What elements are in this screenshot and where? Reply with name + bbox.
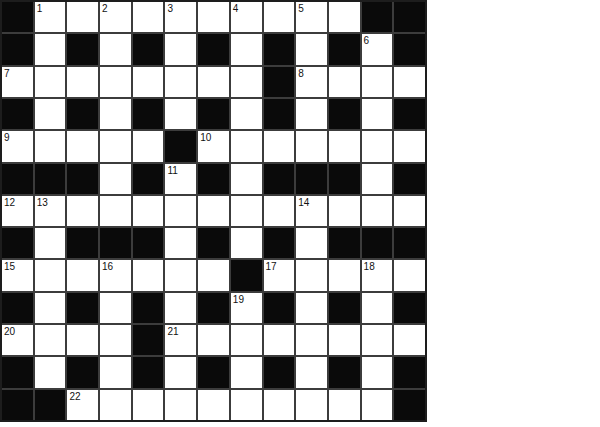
cell-r8c5[interactable] <box>165 260 196 290</box>
cell-r10c0[interactable]: 20 <box>2 325 33 355</box>
clue-number-2: 2 <box>102 3 108 14</box>
cell-r12c3[interactable] <box>100 390 131 420</box>
cell-r10c10[interactable] <box>329 325 360 355</box>
cell-r11c3[interactable] <box>100 357 131 387</box>
cell-r12c5[interactable] <box>165 390 196 420</box>
cell-r5c6 <box>198 164 229 194</box>
clue-number-14: 14 <box>298 197 309 208</box>
cell-r1c4 <box>133 34 164 64</box>
cell-r0c5[interactable]: 3 <box>165 2 196 32</box>
cell-r3c9[interactable] <box>296 99 327 129</box>
cell-r0c2[interactable] <box>67 2 98 32</box>
cell-r11c1[interactable] <box>35 357 66 387</box>
cell-r11c0 <box>2 357 33 387</box>
clue-number-18: 18 <box>364 261 375 272</box>
cell-r10c12[interactable] <box>394 325 425 355</box>
cell-r8c6[interactable] <box>198 260 229 290</box>
cell-r7c0 <box>2 228 33 258</box>
cell-r9c2 <box>67 293 98 323</box>
cell-r3c2 <box>67 99 98 129</box>
cell-r12c12 <box>394 390 425 420</box>
cell-r8c1[interactable] <box>35 260 66 290</box>
cell-r4c2[interactable] <box>67 131 98 161</box>
cell-r9c7[interactable]: 19 <box>231 293 262 323</box>
cell-r5c7[interactable] <box>231 164 262 194</box>
cell-r8c2[interactable] <box>67 260 98 290</box>
cell-r3c0 <box>2 99 33 129</box>
cell-r9c9[interactable] <box>296 293 327 323</box>
cell-r7c11 <box>362 228 393 258</box>
cell-r7c12 <box>394 228 425 258</box>
cell-r12c4[interactable] <box>133 390 164 420</box>
cell-r3c4 <box>133 99 164 129</box>
cell-r1c3[interactable] <box>100 34 131 64</box>
cell-r11c2 <box>67 357 98 387</box>
cell-r6c2[interactable] <box>67 196 98 226</box>
clue-number-1: 1 <box>37 3 43 14</box>
cell-r3c12 <box>394 99 425 129</box>
cell-r3c7[interactable] <box>231 99 262 129</box>
cell-r11c12 <box>394 357 425 387</box>
clue-number-12: 12 <box>4 197 15 208</box>
cell-r0c6[interactable] <box>198 2 229 32</box>
cell-r2c0[interactable]: 7 <box>2 67 33 97</box>
cell-r9c4 <box>133 293 164 323</box>
cell-r4c5 <box>165 131 196 161</box>
cell-r8c4[interactable] <box>133 260 164 290</box>
cell-r11c9[interactable] <box>296 357 327 387</box>
cell-r12c7[interactable] <box>231 390 262 420</box>
cell-r5c2 <box>67 164 98 194</box>
cell-r1c12 <box>394 34 425 64</box>
cell-r0c9[interactable]: 5 <box>296 2 327 32</box>
cell-r4c7[interactable] <box>231 131 262 161</box>
cell-r6c9[interactable]: 14 <box>296 196 327 226</box>
cell-r9c6 <box>198 293 229 323</box>
cell-r1c10 <box>329 34 360 64</box>
cell-r6c6[interactable] <box>198 196 229 226</box>
cell-r5c10 <box>329 164 360 194</box>
cell-r6c5[interactable] <box>165 196 196 226</box>
cell-r6c1[interactable]: 13 <box>35 196 66 226</box>
cell-r12c2[interactable]: 22 <box>67 390 98 420</box>
cell-r6c4[interactable] <box>133 196 164 226</box>
clue-number-16: 16 <box>102 261 113 272</box>
cell-r4c6[interactable]: 10 <box>198 131 229 161</box>
cell-r4c3[interactable] <box>100 131 131 161</box>
cell-r10c2[interactable] <box>67 325 98 355</box>
cell-r11c6 <box>198 357 229 387</box>
cell-r9c3[interactable] <box>100 293 131 323</box>
cell-r11c4 <box>133 357 164 387</box>
clue-number-13: 13 <box>37 197 48 208</box>
cell-r5c11[interactable] <box>362 164 393 194</box>
cell-r0c10[interactable] <box>329 2 360 32</box>
cell-r0c12 <box>394 2 425 32</box>
cell-r10c8[interactable] <box>264 325 295 355</box>
cell-r3c11[interactable] <box>362 99 393 129</box>
cell-r3c5[interactable] <box>165 99 196 129</box>
cell-r12c11[interactable] <box>362 390 393 420</box>
clue-number-3: 3 <box>167 3 173 14</box>
cell-r5c8 <box>264 164 295 194</box>
cell-r1c9[interactable] <box>296 34 327 64</box>
cell-r2c4[interactable] <box>133 67 164 97</box>
cell-r6c8[interactable] <box>264 196 295 226</box>
cell-r8c12[interactable] <box>394 260 425 290</box>
cell-r2c8 <box>264 67 295 97</box>
cell-r1c0 <box>2 34 33 64</box>
cell-r1c6 <box>198 34 229 64</box>
cell-r4c1[interactable] <box>35 131 66 161</box>
cell-r12c8[interactable] <box>264 390 295 420</box>
cell-r12c10[interactable] <box>329 390 360 420</box>
cell-r8c9[interactable] <box>296 260 327 290</box>
clue-number-20: 20 <box>4 326 15 337</box>
clue-number-21: 21 <box>167 326 178 337</box>
clue-number-8: 8 <box>298 68 304 79</box>
cell-r9c12 <box>394 293 425 323</box>
clue-number-17: 17 <box>266 261 277 272</box>
cell-r9c5[interactable] <box>165 293 196 323</box>
cell-r2c11[interactable] <box>362 67 393 97</box>
cell-r10c6[interactable] <box>198 325 229 355</box>
cell-r5c0 <box>2 164 33 194</box>
cell-r0c8[interactable] <box>264 2 295 32</box>
cell-r10c9[interactable] <box>296 325 327 355</box>
cell-r6c7[interactable] <box>231 196 262 226</box>
cell-r4c0[interactable]: 9 <box>2 131 33 161</box>
clue-number-7: 7 <box>4 68 10 79</box>
cell-r4c10[interactable] <box>329 131 360 161</box>
cell-r2c3[interactable] <box>100 67 131 97</box>
cell-r3c10 <box>329 99 360 129</box>
cell-r7c8 <box>264 228 295 258</box>
cell-r2c9[interactable]: 8 <box>296 67 327 97</box>
cell-r5c3[interactable] <box>100 164 131 194</box>
clue-number-6: 6 <box>364 35 370 46</box>
cell-r8c0[interactable]: 15 <box>2 260 33 290</box>
cell-r7c4 <box>133 228 164 258</box>
cell-r11c7[interactable] <box>231 357 262 387</box>
crossword-grid: 12345678910111213141516171819202122 <box>0 0 427 422</box>
cell-r5c5[interactable]: 11 <box>165 164 196 194</box>
cell-r10c4 <box>133 325 164 355</box>
cell-r0c0 <box>2 2 33 32</box>
cell-r1c11[interactable]: 6 <box>362 34 393 64</box>
cell-r8c7 <box>231 260 262 290</box>
cell-r9c0 <box>2 293 33 323</box>
clue-number-22: 22 <box>69 391 80 402</box>
cell-r11c10 <box>329 357 360 387</box>
cell-r12c6[interactable] <box>198 390 229 420</box>
cell-r0c3[interactable]: 2 <box>100 2 131 32</box>
clue-number-10: 10 <box>200 132 211 143</box>
cell-r3c6 <box>198 99 229 129</box>
cell-r4c4[interactable] <box>133 131 164 161</box>
cell-r10c11[interactable] <box>362 325 393 355</box>
cell-r6c3[interactable] <box>100 196 131 226</box>
cell-r0c7[interactable]: 4 <box>231 2 262 32</box>
cell-r3c8 <box>264 99 295 129</box>
cell-r9c8 <box>264 293 295 323</box>
cell-r2c1[interactable] <box>35 67 66 97</box>
cell-r5c1 <box>35 164 66 194</box>
cell-r8c8[interactable]: 17 <box>264 260 295 290</box>
cell-r10c3[interactable] <box>100 325 131 355</box>
cell-r12c1 <box>35 390 66 420</box>
cell-r6c11[interactable] <box>362 196 393 226</box>
cell-r10c1[interactable] <box>35 325 66 355</box>
cell-r1c2 <box>67 34 98 64</box>
cell-r4c8[interactable] <box>264 131 295 161</box>
cell-r7c10 <box>329 228 360 258</box>
cell-r9c10 <box>329 293 360 323</box>
cell-r6c12[interactable] <box>394 196 425 226</box>
cell-r10c5[interactable]: 21 <box>165 325 196 355</box>
cell-r1c1[interactable] <box>35 34 66 64</box>
cell-r2c10[interactable] <box>329 67 360 97</box>
cell-r9c11[interactable] <box>362 293 393 323</box>
cell-r10c7[interactable] <box>231 325 262 355</box>
clue-number-5: 5 <box>298 3 304 14</box>
cell-r11c11[interactable] <box>362 357 393 387</box>
cell-r11c8 <box>264 357 295 387</box>
clue-number-11: 11 <box>167 165 177 176</box>
cell-r7c2 <box>67 228 98 258</box>
cell-r5c12 <box>394 164 425 194</box>
cell-r1c5[interactable] <box>165 34 196 64</box>
cell-r7c7[interactable] <box>231 228 262 258</box>
clue-number-19: 19 <box>233 294 244 305</box>
cell-r0c1[interactable]: 1 <box>35 2 66 32</box>
cell-r2c12[interactable] <box>394 67 425 97</box>
clue-number-4: 4 <box>233 3 239 14</box>
cell-r7c6 <box>198 228 229 258</box>
page: 12345678910111213141516171819202122 <box>0 0 600 427</box>
cell-r9c1[interactable] <box>35 293 66 323</box>
cell-r7c5[interactable] <box>165 228 196 258</box>
cell-r2c5[interactable] <box>165 67 196 97</box>
cell-r2c6[interactable] <box>198 67 229 97</box>
cell-r12c0 <box>2 390 33 420</box>
cell-r12c9[interactable] <box>296 390 327 420</box>
cell-r3c3[interactable] <box>100 99 131 129</box>
cell-r1c7[interactable] <box>231 34 262 64</box>
cell-r7c1[interactable] <box>35 228 66 258</box>
cell-r5c9 <box>296 164 327 194</box>
cell-r2c7[interactable] <box>231 67 262 97</box>
cell-r1c8 <box>264 34 295 64</box>
cell-r4c9[interactable] <box>296 131 327 161</box>
cell-r0c4[interactable] <box>133 2 164 32</box>
clue-number-9: 9 <box>4 132 10 143</box>
cell-r6c10[interactable] <box>329 196 360 226</box>
cell-r0c11 <box>362 2 393 32</box>
cell-r11c5[interactable] <box>165 357 196 387</box>
cell-r4c12[interactable] <box>394 131 425 161</box>
cell-r8c10[interactable] <box>329 260 360 290</box>
cell-r3c1[interactable] <box>35 99 66 129</box>
cell-r2c2[interactable] <box>67 67 98 97</box>
cell-r8c3[interactable]: 16 <box>100 260 131 290</box>
cell-r4c11[interactable] <box>362 131 393 161</box>
cell-r8c11[interactable]: 18 <box>362 260 393 290</box>
cell-r5c4 <box>133 164 164 194</box>
clue-number-15: 15 <box>4 261 15 272</box>
cell-r7c3 <box>100 228 131 258</box>
cell-r6c0[interactable]: 12 <box>2 196 33 226</box>
cell-r7c9[interactable] <box>296 228 327 258</box>
